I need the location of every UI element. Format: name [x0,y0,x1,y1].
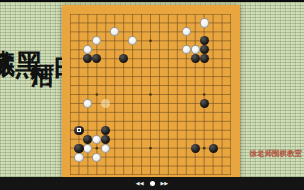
go-board [62,5,240,179]
star-point [96,93,99,96]
star-point [96,147,99,150]
black-stone [200,99,209,108]
star-point [149,147,152,150]
star-point [203,147,206,150]
video-frame: 黑 李钦诚 白 柯洁 徐老师围棋教室 ◀◀ ▶▶ [0,0,304,190]
white-stone [92,153,101,162]
white-stone [101,144,110,153]
watermark: 徐老师围棋教室 [250,149,303,159]
black-stone [74,144,83,153]
black-player-name: 李钦诚 [0,31,15,37]
board-grid [70,14,231,175]
black-stone [200,54,209,63]
forward-icon[interactable]: ▶▶ [161,181,169,186]
last-move-marker [77,128,81,132]
white-stone [74,153,83,162]
white-stone [200,18,209,27]
rewind-icon[interactable]: ◀◀ [136,181,144,186]
video-content: 黑 李钦诚 白 柯洁 徐老师围棋教室 [0,2,304,177]
white-player-name: 柯洁 [31,43,54,47]
star-point [149,40,152,43]
star-point [203,93,206,96]
black-stone [191,144,200,153]
play-knob[interactable] [150,181,155,186]
black-stone [209,144,218,153]
star-point [149,93,152,96]
black-stone [191,54,200,63]
video-player-bar[interactable]: ◀◀ ▶▶ [0,177,304,190]
black-stone [74,126,83,135]
black-stone [200,45,209,54]
